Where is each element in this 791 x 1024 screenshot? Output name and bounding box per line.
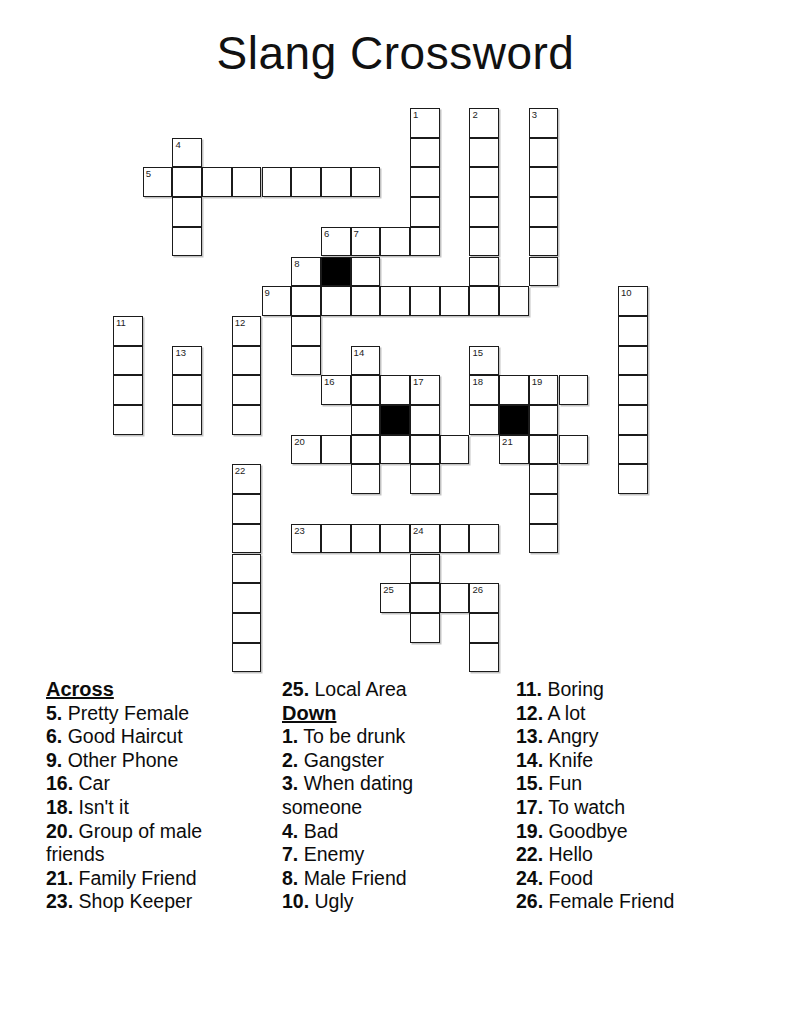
grid-cell[interactable]: [380, 375, 410, 405]
grid-cell[interactable]: 6: [321, 227, 351, 257]
clue-text: A lot: [543, 702, 585, 724]
cell-number: 17: [413, 376, 424, 387]
grid-cell[interactable]: [410, 286, 440, 316]
clue-number: 26.: [516, 890, 543, 912]
clue-number: 13.: [516, 725, 543, 747]
clue-number: 4.: [282, 820, 298, 842]
cell-number: 8: [294, 258, 299, 269]
clue-across-16: 16. Car: [46, 772, 258, 796]
grid-cell[interactable]: [618, 405, 648, 435]
grid-cell[interactable]: 21: [499, 435, 529, 465]
grid-cell[interactable]: [380, 227, 410, 257]
grid-cell[interactable]: 26: [469, 583, 499, 613]
clue-text: Angry: [543, 725, 598, 747]
grid-cell[interactable]: [529, 138, 559, 168]
grid-cell[interactable]: [529, 257, 559, 287]
clue-across-25: 25. Local Area: [282, 678, 484, 702]
grid-cell[interactable]: [618, 375, 648, 405]
clue-number: 14.: [516, 749, 543, 771]
clue-text: Male Friend: [298, 867, 406, 889]
grid-cell[interactable]: [469, 613, 499, 643]
clue-number: 9.: [46, 749, 62, 771]
cell-number: 11: [116, 317, 126, 328]
grid-cell[interactable]: [410, 197, 440, 227]
grid-cell[interactable]: [529, 167, 559, 197]
grid-cell[interactable]: [351, 464, 381, 494]
clue-text: Local Area: [309, 678, 407, 700]
grid-cell[interactable]: 1: [410, 108, 440, 138]
clue-across-18: 18. Isn't it: [46, 796, 258, 820]
grid-cell[interactable]: [499, 286, 529, 316]
grid-cell[interactable]: 10: [618, 286, 648, 316]
cell-number: 23: [294, 525, 305, 536]
grid-cell[interactable]: [232, 167, 262, 197]
cell-number: 1: [413, 109, 418, 120]
cell-number: 22: [235, 465, 246, 476]
clue-number: 7.: [282, 843, 298, 865]
clue-across-21: 21. Family Friend: [46, 867, 258, 891]
grid-cell[interactable]: [321, 435, 351, 465]
grid-cell[interactable]: [232, 346, 262, 376]
clue-number: 6.: [46, 725, 62, 747]
grid-cell[interactable]: [321, 524, 351, 554]
grid-cell[interactable]: [410, 167, 440, 197]
cell-number: 25: [383, 584, 394, 595]
grid-cell[interactable]: [410, 583, 440, 613]
grid-cell[interactable]: [440, 583, 470, 613]
grid-cell[interactable]: 22: [232, 464, 262, 494]
down-heading: Down: [282, 702, 484, 726]
clue-down-11: 11. Boring: [516, 678, 776, 702]
grid-cell[interactable]: [499, 375, 529, 405]
grid-cell[interactable]: [410, 227, 440, 257]
grid-cell[interactable]: [529, 464, 559, 494]
grid-cell[interactable]: [172, 375, 202, 405]
cell-number: 3: [532, 109, 537, 120]
clue-number: 22.: [516, 843, 543, 865]
cell-number: 2: [472, 109, 477, 120]
grid-cell[interactable]: [529, 435, 559, 465]
grid-cell[interactable]: [559, 435, 589, 465]
cell-number: 26: [472, 584, 483, 595]
clue-column-down-2: 11. Boring12. A lot13. Angry14. Knife15.…: [516, 678, 776, 914]
clue-text: When dating someone: [282, 772, 413, 818]
cell-number: 7: [354, 228, 359, 239]
grid-cell[interactable]: [440, 286, 470, 316]
clue-text: Good Haircut: [62, 725, 182, 747]
grid-cell[interactable]: [380, 435, 410, 465]
clue-column-across: Across5. Pretty Female6. Good Haircut9. …: [46, 678, 258, 914]
grid-cell[interactable]: 19: [529, 375, 559, 405]
clue-number: 25.: [282, 678, 309, 700]
clue-number: 12.: [516, 702, 543, 724]
cell-number: 20: [294, 436, 305, 447]
clue-text: Food: [543, 867, 593, 889]
grid-cell[interactable]: 17: [410, 375, 440, 405]
grid-cell[interactable]: [321, 286, 351, 316]
grid-cell[interactable]: [262, 167, 292, 197]
grid-cell[interactable]: [529, 524, 559, 554]
grid-cell[interactable]: [113, 346, 143, 376]
clue-down-10: 10. Ugly: [282, 890, 484, 914]
grid-cell[interactable]: [559, 375, 589, 405]
grid-cell[interactable]: 14: [351, 346, 381, 376]
clue-number: 11.: [516, 678, 542, 700]
cell-number: 16: [324, 376, 335, 387]
puzzle-title: Slang Crossword: [0, 26, 791, 80]
grid-cell[interactable]: 23: [291, 524, 321, 554]
grid-cell[interactable]: 8: [291, 257, 321, 287]
cell-number: 15: [472, 347, 483, 358]
grid-cell[interactable]: 2: [469, 108, 499, 138]
grid-cell[interactable]: [469, 197, 499, 227]
clue-number: 8.: [282, 867, 298, 889]
clue-column-down-1: 25. Local AreaDown1. To be drunk2. Gangs…: [282, 678, 484, 914]
clue-text: Boring: [542, 678, 604, 700]
clue-number: 5.: [46, 702, 62, 724]
grid-cell[interactable]: [469, 257, 499, 287]
clue-text: Shop Keeper: [73, 890, 192, 912]
grid-cell[interactable]: [232, 524, 262, 554]
black-cell: [499, 405, 529, 435]
clue-text: Enemy: [298, 843, 364, 865]
clue-across-9: 9. Other Phone: [46, 749, 258, 773]
grid-cell[interactable]: 20: [291, 435, 321, 465]
clue-text: Other Phone: [62, 749, 178, 771]
grid-cell[interactable]: [410, 464, 440, 494]
clue-down-26: 26. Female Friend: [516, 890, 776, 914]
grid-cell[interactable]: [232, 494, 262, 524]
clue-text: Bad: [298, 820, 338, 842]
cell-number: 19: [532, 376, 543, 387]
grid-cell[interactable]: [618, 464, 648, 494]
grid-cell[interactable]: 7: [351, 227, 381, 257]
clue-across-20: 20. Group of male friends: [46, 820, 258, 867]
grid-cell[interactable]: 4: [172, 138, 202, 168]
cell-number: 21: [502, 436, 513, 447]
grid-cell[interactable]: [410, 613, 440, 643]
grid-cell[interactable]: [291, 316, 321, 346]
black-cell: [321, 257, 351, 287]
clue-text: Ugly: [309, 890, 353, 912]
grid-cell[interactable]: [469, 405, 499, 435]
cell-number: 13: [175, 347, 186, 358]
grid-cell[interactable]: 18: [469, 375, 499, 405]
grid-cell[interactable]: [351, 375, 381, 405]
grid-cell[interactable]: [380, 286, 410, 316]
grid-cell[interactable]: [232, 375, 262, 405]
clue-down-7: 7. Enemy: [282, 843, 484, 867]
grid-cell[interactable]: 13: [172, 346, 202, 376]
grid-cell[interactable]: [202, 167, 232, 197]
clue-text: Fun: [543, 772, 582, 794]
clue-down-15: 15. Fun: [516, 772, 776, 796]
grid-cell[interactable]: [351, 167, 381, 197]
clue-number: 18.: [46, 796, 73, 818]
clue-text: Pretty Female: [62, 702, 189, 724]
cell-number: 24: [413, 525, 424, 536]
grid-cell[interactable]: [529, 227, 559, 257]
grid-cell[interactable]: [380, 524, 410, 554]
clue-number: 10.: [282, 890, 309, 912]
grid-cell[interactable]: [529, 197, 559, 227]
clue-down-13: 13. Angry: [516, 725, 776, 749]
clue-number: 19.: [516, 820, 543, 842]
grid-cell[interactable]: [410, 405, 440, 435]
cell-number: 18: [472, 376, 483, 387]
clue-down-8: 8. Male Friend: [282, 867, 484, 891]
grid-cell[interactable]: [232, 554, 262, 584]
grid-cell[interactable]: [410, 554, 440, 584]
grid-cell[interactable]: [113, 405, 143, 435]
grid-cell[interactable]: [618, 316, 648, 346]
grid-cell[interactable]: [351, 524, 381, 554]
clue-text: Knife: [543, 749, 593, 771]
clue-text: To be drunk: [298, 725, 405, 747]
clue-down-17: 17. To watch: [516, 796, 776, 820]
grid-cell[interactable]: [232, 583, 262, 613]
grid-cell[interactable]: 25: [380, 583, 410, 613]
grid-cell[interactable]: 9: [262, 286, 292, 316]
clue-number: 16.: [46, 772, 73, 794]
clue-text: Isn't it: [73, 796, 129, 818]
page: Slang Crossword 123456789101112131415161…: [0, 0, 791, 1024]
grid-cell[interactable]: [232, 643, 262, 673]
cell-number: 12: [235, 317, 246, 328]
clue-number: 23.: [46, 890, 73, 912]
grid-cell[interactable]: [469, 138, 499, 168]
grid-cell[interactable]: [321, 167, 351, 197]
clue-down-1: 1. To be drunk: [282, 725, 484, 749]
grid-cell[interactable]: [469, 227, 499, 257]
cell-number: 5: [146, 168, 151, 179]
cell-number: 9: [265, 287, 270, 298]
clue-text: Hello: [543, 843, 593, 865]
grid-cell[interactable]: 24: [410, 524, 440, 554]
black-cell: [380, 405, 410, 435]
clue-down-22: 22. Hello: [516, 843, 776, 867]
grid-cell[interactable]: [618, 435, 648, 465]
grid-cell[interactable]: [410, 435, 440, 465]
grid-cell[interactable]: [529, 494, 559, 524]
grid-cell[interactable]: [172, 197, 202, 227]
clue-text: Family Friend: [73, 867, 197, 889]
grid-cell[interactable]: [618, 346, 648, 376]
clue-number: 17.: [516, 796, 543, 818]
clue-down-14: 14. Knife: [516, 749, 776, 773]
cell-number: 10: [621, 287, 632, 298]
grid-cell[interactable]: [291, 167, 321, 197]
grid-cell[interactable]: 15: [469, 346, 499, 376]
grid-cell[interactable]: [469, 167, 499, 197]
clue-number: 20.: [46, 820, 73, 842]
clue-text: Gangster: [298, 749, 384, 771]
grid-cell[interactable]: 11: [113, 316, 143, 346]
clue-number: 2.: [282, 749, 298, 771]
clue-down-2: 2. Gangster: [282, 749, 484, 773]
cell-number: 6: [324, 228, 329, 239]
clue-down-19: 19. Goodbye: [516, 820, 776, 844]
grid-cell[interactable]: [529, 405, 559, 435]
clue-across-23: 23. Shop Keeper: [46, 890, 258, 914]
grid-cell[interactable]: [351, 435, 381, 465]
clue-down-12: 12. A lot: [516, 702, 776, 726]
grid-cell[interactable]: 16: [321, 375, 351, 405]
grid-cell[interactable]: [113, 375, 143, 405]
grid-cell[interactable]: [291, 346, 321, 376]
grid-cell[interactable]: [172, 405, 202, 435]
grid-cell[interactable]: [291, 286, 321, 316]
grid-cell[interactable]: [351, 286, 381, 316]
grid-cell[interactable]: [232, 613, 262, 643]
clue-down-3: 3. When dating someone: [282, 772, 484, 819]
clue-number: 3.: [282, 772, 298, 794]
grid-cell[interactable]: [469, 286, 499, 316]
clue-text: Female Friend: [543, 890, 674, 912]
clue-text: Goodbye: [543, 820, 628, 842]
cell-number: 4: [175, 139, 180, 150]
cell-number: 14: [354, 347, 365, 358]
grid-cell[interactable]: [410, 138, 440, 168]
clue-across-6: 6. Good Haircut: [46, 725, 258, 749]
clue-text: To watch: [543, 796, 625, 818]
clue-number: 1.: [282, 725, 298, 747]
grid-cell[interactable]: 12: [232, 316, 262, 346]
grid-cell[interactable]: [469, 524, 499, 554]
across-heading: Across: [46, 678, 258, 702]
clue-down-4: 4. Bad: [282, 820, 484, 844]
clue-number: 15.: [516, 772, 543, 794]
grid-cell[interactable]: [469, 643, 499, 673]
clue-number: 24.: [516, 867, 543, 889]
clue-text: Car: [73, 772, 110, 794]
grid-cell[interactable]: [172, 227, 202, 257]
grid-cell[interactable]: [232, 405, 262, 435]
clue-number: 21.: [46, 867, 73, 889]
grid-cell[interactable]: [440, 524, 470, 554]
grid-cell[interactable]: [172, 167, 202, 197]
grid-cell[interactable]: [351, 405, 381, 435]
grid-cell[interactable]: 3: [529, 108, 559, 138]
clue-down-24: 24. Food: [516, 867, 776, 891]
grid-cell[interactable]: 5: [143, 167, 173, 197]
grid-cell[interactable]: [351, 257, 381, 287]
clue-across-5: 5. Pretty Female: [46, 702, 258, 726]
grid-cell[interactable]: [440, 435, 470, 465]
